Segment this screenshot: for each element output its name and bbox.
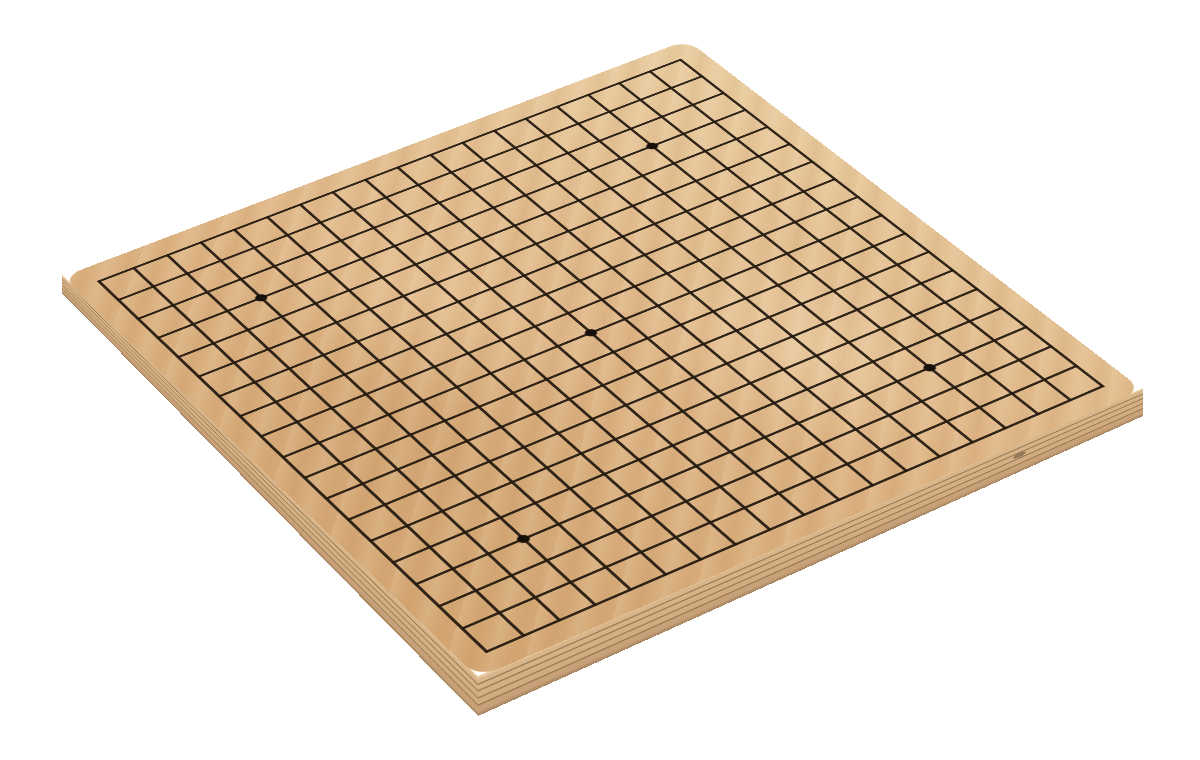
board-surface xyxy=(62,40,1143,678)
grid-line-horizontal xyxy=(97,280,489,653)
wood-knot xyxy=(1013,450,1025,460)
go-grid xyxy=(62,40,1143,678)
product-photo xyxy=(0,0,1200,760)
grid-line-horizontal xyxy=(131,267,526,638)
